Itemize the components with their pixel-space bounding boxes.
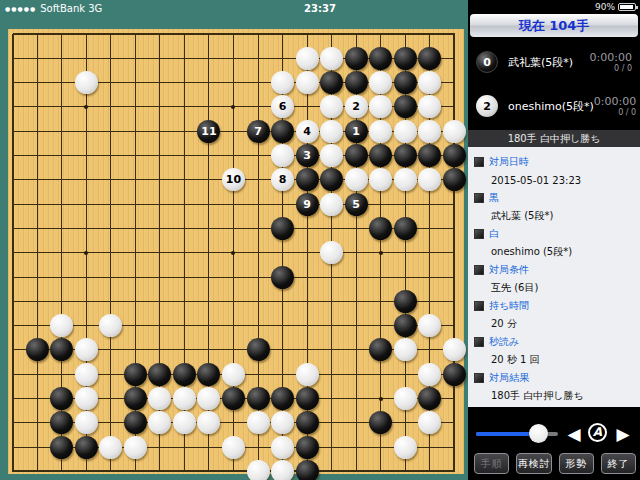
white-stone [418, 71, 441, 94]
panel-button-形勢[interactable]: 形勢 [559, 453, 594, 474]
black-stone [222, 387, 245, 410]
info-label: 対局条件 [489, 263, 529, 277]
go-board: 6211741310895 [8, 29, 464, 474]
black-stone [418, 144, 441, 167]
info-label: 持ち時間 [489, 299, 529, 313]
battery-percent-label: 90% [595, 2, 615, 12]
board-pane: ●●●●● SoftBank 3G 23:37 6211741310895 [0, 0, 468, 480]
square-bullet-icon [474, 229, 484, 239]
slider-thumb[interactable] [529, 424, 548, 443]
white-stone [247, 460, 270, 480]
white-stone [247, 411, 270, 434]
black-stone: 11 [197, 120, 220, 143]
result-bar: 180手 白中押し勝ち [468, 130, 640, 147]
black-stone [345, 47, 368, 70]
grid-hline [13, 325, 456, 326]
black-stone: 5 [345, 193, 368, 216]
info-label: 白 [489, 227, 499, 241]
info-label-row: 秒読み [474, 333, 640, 351]
info-label-row: 対局日時 [474, 153, 640, 171]
square-bullet-icon [474, 157, 484, 167]
game-info-panel: 90% 現在 104手 0武礼葉(5段*)0:00:000 / 02oneshi… [468, 0, 640, 480]
white-stone [75, 363, 98, 386]
white-stone [345, 168, 368, 191]
white-stone [320, 241, 343, 264]
black-stone: 1 [345, 120, 368, 143]
white-stone [369, 95, 392, 118]
black-stone: 9 [296, 193, 319, 216]
grid-vline [110, 34, 111, 472]
white-stone [99, 314, 122, 337]
white-stone [394, 120, 417, 143]
black-stone-icon: 0 [476, 51, 498, 73]
white-stone [320, 144, 343, 167]
white-stone [320, 95, 343, 118]
white-stone [369, 120, 392, 143]
black-stone [124, 363, 147, 386]
black-stone [345, 71, 368, 94]
player-name: oneshimo(5段*) [508, 99, 594, 114]
info-label-row: 白 [474, 225, 640, 243]
star-point [231, 251, 235, 255]
black-stone [124, 387, 147, 410]
move-slider[interactable] [476, 432, 558, 436]
white-stone [418, 95, 441, 118]
white-stone [271, 411, 294, 434]
white-stone [320, 120, 343, 143]
white-stone [320, 193, 343, 216]
black-stone [197, 363, 220, 386]
black-stone [443, 168, 466, 191]
info-value: 互先 (6目) [474, 279, 640, 297]
player-row: 2oneshimo(5段*)0:00:000 / 0 [468, 84, 640, 128]
info-label: 秒読み [489, 335, 519, 349]
info-value: 武礼葉 (5段*) [474, 207, 640, 225]
black-stone [296, 411, 319, 434]
white-stone [369, 71, 392, 94]
black-stone [369, 411, 392, 434]
current-move-header: 現在 104手 [470, 14, 638, 37]
move-slider-row: ◀ A ▶ [468, 423, 640, 445]
game-details: 対局日時2015-05-01 23:23黒武礼葉 (5段*)白oneshimo … [468, 147, 640, 407]
black-stone [320, 71, 343, 94]
grid-vline [37, 34, 38, 472]
black-stone [75, 436, 98, 459]
black-stone [443, 144, 466, 167]
white-stone [222, 436, 245, 459]
white-stone [394, 436, 417, 459]
info-value: oneshimo (5段*) [474, 243, 640, 261]
player-clock: 0:00:000 / 0 [590, 51, 632, 73]
black-stone [394, 47, 417, 70]
panel-button-再検討[interactable]: 再検討 [516, 453, 551, 474]
black-stone [247, 387, 270, 410]
app-screen: ●●●●● SoftBank 3G 23:37 6211741310895 90… [0, 0, 640, 480]
player-clock: 0:00:000 / 0 [594, 95, 636, 117]
grid-hline [13, 470, 456, 472]
black-stone: 7 [247, 120, 270, 143]
info-label: 対局結果 [489, 371, 529, 385]
white-stone [148, 387, 171, 410]
grid-hline [13, 33, 456, 35]
white-stone [50, 314, 73, 337]
star-point [84, 251, 88, 255]
white-stone [296, 71, 319, 94]
black-stone [369, 144, 392, 167]
white-stone [173, 411, 196, 434]
black-stone [247, 338, 270, 361]
battery-icon [618, 3, 636, 11]
next-move-button[interactable]: ▶ [612, 423, 634, 445]
white-stone: 10 [222, 168, 245, 191]
info-value: 20 秒 1 回 [474, 351, 640, 369]
square-bullet-icon [474, 193, 484, 203]
white-stone [271, 460, 294, 480]
white-stone [418, 314, 441, 337]
star-point [379, 251, 383, 255]
black-stone [394, 290, 417, 313]
playback-controls: ◀ A ▶ 手順再検討形勢終了 [468, 407, 640, 480]
white-stone [394, 387, 417, 410]
black-stone [148, 363, 171, 386]
white-stone [75, 71, 98, 94]
black-stone [271, 266, 294, 289]
white-stone [222, 363, 245, 386]
info-label-row: 黒 [474, 189, 640, 207]
black-stone [369, 217, 392, 240]
white-stone [271, 71, 294, 94]
black-stone [271, 217, 294, 240]
white-stone: 8 [271, 168, 294, 191]
white-stone [296, 363, 319, 386]
info-value: 2015-05-01 23:23 [474, 171, 640, 189]
white-stone [418, 120, 441, 143]
black-stone [296, 436, 319, 459]
square-bullet-icon [474, 301, 484, 311]
black-stone [418, 47, 441, 70]
white-stone [369, 168, 392, 191]
star-point [231, 105, 235, 109]
white-stone [197, 411, 220, 434]
black-stone [394, 314, 417, 337]
player-list: 0武礼葉(5段*)0:00:000 / 02oneshimo(5段*)0:00:… [468, 40, 640, 128]
white-stone [173, 387, 196, 410]
info-label: 対局日時 [489, 155, 529, 169]
black-stone [296, 460, 319, 480]
black-stone [394, 217, 417, 240]
white-stone: 6 [271, 95, 294, 118]
white-stone [271, 144, 294, 167]
info-value: 180手 白中押し勝ち [474, 387, 640, 405]
player-row: 0武礼葉(5段*)0:00:000 / 0 [468, 40, 640, 84]
white-stone [148, 411, 171, 434]
white-stone [75, 387, 98, 410]
square-bullet-icon [474, 265, 484, 275]
autoplay-button[interactable]: A [588, 423, 607, 442]
panel-button-終了[interactable]: 終了 [601, 453, 636, 474]
black-stone [271, 387, 294, 410]
black-stone [50, 338, 73, 361]
info-value: 20 分 [474, 315, 640, 333]
panel-button-手順[interactable]: 手順 [474, 453, 509, 474]
black-stone [394, 144, 417, 167]
black-stone [296, 168, 319, 191]
white-stone [394, 338, 417, 361]
black-stone [50, 436, 73, 459]
battery-status: 90% [595, 2, 636, 12]
black-stone [418, 387, 441, 410]
black-stone [173, 363, 196, 386]
black-stone [345, 144, 368, 167]
info-label-row: 対局結果 [474, 369, 640, 387]
white-stone [296, 47, 319, 70]
black-stone [369, 47, 392, 70]
white-stone: 4 [296, 120, 319, 143]
white-stone [124, 436, 147, 459]
black-stone [394, 71, 417, 94]
white-stone [418, 363, 441, 386]
black-stone [443, 363, 466, 386]
action-button-row: 手順再検討形勢終了 [474, 453, 636, 474]
white-stone [320, 47, 343, 70]
white-stone [418, 411, 441, 434]
white-stone [443, 120, 466, 143]
white-stone-icon: 2 [476, 95, 498, 117]
black-stone [50, 387, 73, 410]
white-stone: 2 [345, 95, 368, 118]
black-stone: 3 [296, 144, 319, 167]
black-stone [296, 387, 319, 410]
star-point [84, 105, 88, 109]
black-stone [26, 338, 49, 361]
info-label-row: 対局条件 [474, 261, 640, 279]
black-stone [394, 95, 417, 118]
previous-move-button[interactable]: ◀ [563, 423, 585, 445]
white-stone [75, 411, 98, 434]
white-stone [75, 338, 98, 361]
grid-hline [13, 204, 456, 205]
white-stone [418, 168, 441, 191]
square-bullet-icon [474, 337, 484, 347]
grid-vline [453, 34, 455, 472]
black-stone [369, 338, 392, 361]
black-stone [50, 411, 73, 434]
white-stone [197, 387, 220, 410]
grid-hline [13, 301, 456, 302]
black-stone [124, 411, 147, 434]
square-bullet-icon [474, 373, 484, 383]
star-point [379, 397, 383, 401]
grid-hline [13, 277, 456, 278]
black-stone [271, 120, 294, 143]
black-stone [320, 168, 343, 191]
white-stone [271, 436, 294, 459]
info-label-row: 持ち時間 [474, 297, 640, 315]
status-bar: ●●●●● SoftBank 3G 23:37 [0, 0, 468, 28]
white-stone [99, 436, 122, 459]
white-stone [443, 338, 466, 361]
player-name: 武礼葉(5段*) [508, 55, 590, 70]
white-stone [394, 168, 417, 191]
grid-vline [12, 34, 14, 472]
info-label: 黒 [489, 191, 499, 205]
